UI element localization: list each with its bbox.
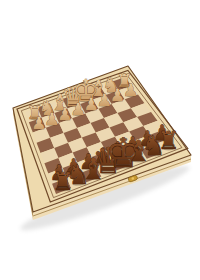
piece-black-rook: ♜ <box>158 126 180 155</box>
product-photo-wooden-chess-set: ♜♞♝♛♚♝♞♜♟♟♟♟♟♟♟♟♟♟♟♟♟♟♟♟♜♞♝♛♚♝♞♜ <box>0 0 200 280</box>
chess-board-photo: ♜♞♝♛♚♝♞♜♟♟♟♟♟♟♟♟♟♟♟♟♟♟♟♟♜♞♝♛♚♝♞♜ <box>0 0 200 280</box>
piece-white-pawn: ♟ <box>123 80 138 100</box>
